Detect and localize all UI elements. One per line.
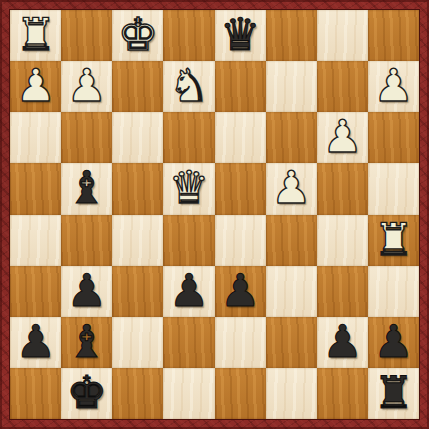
black-pawn[interactable]: ♟: [322, 319, 362, 364]
square-f5[interactable]: ♟: [266, 163, 317, 214]
square-f2[interactable]: [266, 317, 317, 368]
square-e8[interactable]: ♛: [215, 10, 266, 61]
square-e4[interactable]: [215, 215, 266, 266]
square-c6[interactable]: [112, 112, 163, 163]
square-c5[interactable]: [112, 163, 163, 214]
square-e1[interactable]: [215, 368, 266, 419]
white-pawn[interactable]: ♟: [67, 63, 107, 108]
square-g2[interactable]: ♟: [317, 317, 368, 368]
square-f8[interactable]: [266, 10, 317, 61]
white-rook[interactable]: ♜: [15, 12, 55, 57]
square-c1[interactable]: [112, 368, 163, 419]
square-c2[interactable]: [112, 317, 163, 368]
square-h2[interactable]: ♟: [368, 317, 419, 368]
square-d4[interactable]: [163, 215, 214, 266]
square-a2[interactable]: ♟: [10, 317, 61, 368]
black-pawn[interactable]: ♟: [169, 268, 209, 313]
square-a6[interactable]: [10, 112, 61, 163]
square-a8[interactable]: ♜: [10, 10, 61, 61]
square-h3[interactable]: [368, 266, 419, 317]
board-frame: ♜♚♛♟♟♞♟♟♝♛♟♜♟♟♟♟♝♟♟♚♜: [0, 0, 429, 429]
square-h4[interactable]: ♜: [368, 215, 419, 266]
square-g5[interactable]: [317, 163, 368, 214]
square-g6[interactable]: ♟: [317, 112, 368, 163]
square-d3[interactable]: ♟: [163, 266, 214, 317]
square-c8[interactable]: ♚: [112, 10, 163, 61]
white-pawn[interactable]: ♟: [322, 114, 362, 159]
square-e6[interactable]: [215, 112, 266, 163]
square-b2[interactable]: ♝: [61, 317, 112, 368]
screenshot-stage: ♜♚♛♟♟♞♟♟♝♛♟♜♟♟♟♟♝♟♟♚♜: [0, 0, 429, 429]
black-bishop[interactable]: ♝: [67, 165, 107, 210]
square-h1[interactable]: ♜: [368, 368, 419, 419]
square-c3[interactable]: [112, 266, 163, 317]
black-king[interactable]: ♚: [67, 370, 107, 415]
square-g8[interactable]: [317, 10, 368, 61]
black-queen[interactable]: ♛: [220, 12, 260, 57]
square-h5[interactable]: [368, 163, 419, 214]
square-b4[interactable]: [61, 215, 112, 266]
white-pawn[interactable]: ♟: [271, 165, 311, 210]
square-e5[interactable]: [215, 163, 266, 214]
square-f4[interactable]: [266, 215, 317, 266]
black-pawn[interactable]: ♟: [373, 319, 413, 364]
square-a4[interactable]: [10, 215, 61, 266]
square-b8[interactable]: [61, 10, 112, 61]
black-bishop[interactable]: ♝: [67, 319, 107, 364]
square-d5[interactable]: ♛: [163, 163, 214, 214]
square-f1[interactable]: [266, 368, 317, 419]
square-b5[interactable]: ♝: [61, 163, 112, 214]
square-a7[interactable]: ♟: [10, 61, 61, 112]
white-rook[interactable]: ♜: [373, 217, 413, 262]
black-pawn[interactable]: ♟: [15, 319, 55, 364]
square-b3[interactable]: ♟: [61, 266, 112, 317]
square-d6[interactable]: [163, 112, 214, 163]
square-d2[interactable]: [163, 317, 214, 368]
square-d1[interactable]: [163, 368, 214, 419]
square-b6[interactable]: [61, 112, 112, 163]
square-d7[interactable]: ♞: [163, 61, 214, 112]
square-f7[interactable]: [266, 61, 317, 112]
square-e3[interactable]: ♟: [215, 266, 266, 317]
square-g7[interactable]: [317, 61, 368, 112]
chess-board: ♜♚♛♟♟♞♟♟♝♛♟♜♟♟♟♟♝♟♟♚♜: [10, 10, 419, 419]
square-f6[interactable]: [266, 112, 317, 163]
white-queen[interactable]: ♛: [169, 165, 209, 210]
square-h7[interactable]: ♟: [368, 61, 419, 112]
square-b1[interactable]: ♚: [61, 368, 112, 419]
square-c7[interactable]: [112, 61, 163, 112]
square-c4[interactable]: [112, 215, 163, 266]
square-a1[interactable]: [10, 368, 61, 419]
white-knight[interactable]: ♞: [169, 63, 209, 108]
square-h8[interactable]: [368, 10, 419, 61]
square-g3[interactable]: [317, 266, 368, 317]
black-pawn[interactable]: ♟: [220, 268, 260, 313]
square-e2[interactable]: [215, 317, 266, 368]
square-g1[interactable]: [317, 368, 368, 419]
white-pawn[interactable]: ♟: [15, 63, 55, 108]
black-rook[interactable]: ♜: [373, 370, 413, 415]
square-f3[interactable]: [266, 266, 317, 317]
square-g4[interactable]: [317, 215, 368, 266]
white-king[interactable]: ♚: [118, 12, 158, 57]
black-pawn[interactable]: ♟: [67, 268, 107, 313]
white-pawn[interactable]: ♟: [373, 63, 413, 108]
square-a3[interactable]: [10, 266, 61, 317]
square-a5[interactable]: [10, 163, 61, 214]
square-b7[interactable]: ♟: [61, 61, 112, 112]
square-e7[interactable]: [215, 61, 266, 112]
square-d8[interactable]: [163, 10, 214, 61]
square-h6[interactable]: [368, 112, 419, 163]
